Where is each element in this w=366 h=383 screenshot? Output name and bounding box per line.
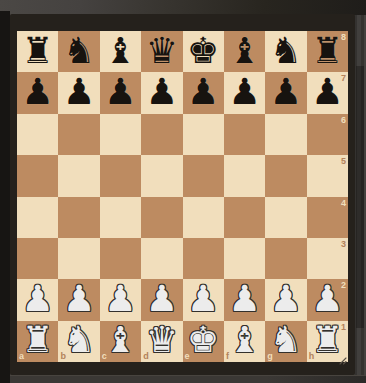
rank-label-6: 6 [341, 116, 346, 125]
background-top-band [0, 0, 366, 15]
square-h6[interactable]: 6 [307, 114, 348, 155]
square-f3[interactable] [224, 238, 265, 279]
square-a5[interactable] [17, 155, 58, 196]
square-b4[interactable] [58, 197, 99, 238]
black-knight: ♞ [270, 33, 302, 69]
square-h1[interactable]: ♜1h [307, 321, 348, 362]
white-bishop: ♝ [104, 322, 136, 358]
background-right-shadow [356, 66, 364, 328]
square-g8[interactable]: ♞ [265, 31, 306, 72]
square-b6[interactable] [58, 114, 99, 155]
square-c6[interactable] [100, 114, 141, 155]
board-frame: ♜♞♝♛♚♝♞♜8♟♟♟♟♟♟♟♟76543♟♟♟♟♟♟♟♟2♜a♞b♝c♛d♚… [10, 14, 355, 375]
file-label-e: e [185, 352, 190, 361]
rank-label-1: 1 [341, 323, 346, 332]
white-pawn: ♟ [187, 281, 219, 317]
black-rook: ♜ [22, 33, 54, 69]
square-d8[interactable]: ♛ [141, 31, 182, 72]
rank-label-8: 8 [341, 33, 346, 42]
square-c2[interactable]: ♟ [100, 279, 141, 320]
square-g4[interactable] [265, 197, 306, 238]
white-pawn: ♟ [146, 281, 178, 317]
square-h2[interactable]: ♟2 [307, 279, 348, 320]
square-a7[interactable]: ♟ [17, 72, 58, 113]
file-label-d: d [143, 352, 149, 361]
square-e4[interactable] [183, 197, 224, 238]
square-g1[interactable]: ♞g [265, 321, 306, 362]
square-f7[interactable]: ♟ [224, 72, 265, 113]
square-e1[interactable]: ♚e [183, 321, 224, 362]
white-pawn: ♟ [22, 281, 54, 317]
rank-label-5: 5 [341, 157, 346, 166]
rank-label-2: 2 [341, 281, 346, 290]
square-e2[interactable]: ♟ [183, 279, 224, 320]
square-c5[interactable] [100, 155, 141, 196]
background-bottom-band [10, 375, 366, 383]
square-d3[interactable] [141, 238, 182, 279]
file-label-c: c [102, 352, 107, 361]
white-pawn: ♟ [63, 281, 95, 317]
black-pawn: ♟ [63, 74, 95, 110]
white-pawn: ♟ [311, 281, 343, 317]
square-f5[interactable] [224, 155, 265, 196]
black-pawn: ♟ [22, 74, 54, 110]
white-king: ♚ [187, 322, 219, 358]
rank-label-7: 7 [341, 74, 346, 83]
square-h5[interactable]: 5 [307, 155, 348, 196]
square-h7[interactable]: ♟7 [307, 72, 348, 113]
square-b5[interactable] [58, 155, 99, 196]
black-pawn: ♟ [146, 74, 178, 110]
square-c3[interactable] [100, 238, 141, 279]
black-pawn: ♟ [104, 74, 136, 110]
file-label-f: f [226, 352, 229, 361]
white-pawn: ♟ [270, 281, 302, 317]
file-label-h: h [309, 352, 315, 361]
black-pawn: ♟ [228, 74, 260, 110]
square-a3[interactable] [17, 238, 58, 279]
chess-board[interactable]: ♜♞♝♛♚♝♞♜8♟♟♟♟♟♟♟♟76543♟♟♟♟♟♟♟♟2♜a♞b♝c♛d♚… [17, 31, 348, 362]
square-f6[interactable] [224, 114, 265, 155]
file-label-b: b [60, 352, 66, 361]
white-bishop: ♝ [228, 322, 260, 358]
square-g5[interactable] [265, 155, 306, 196]
square-e5[interactable] [183, 155, 224, 196]
square-d6[interactable] [141, 114, 182, 155]
square-b8[interactable]: ♞ [58, 31, 99, 72]
background-left-band [0, 11, 10, 383]
rank-label-4: 4 [341, 199, 346, 208]
square-a1[interactable]: ♜a [17, 321, 58, 362]
black-rook: ♜ [311, 33, 343, 69]
white-knight: ♞ [63, 322, 95, 358]
square-b1[interactable]: ♞b [58, 321, 99, 362]
square-e6[interactable] [183, 114, 224, 155]
black-knight: ♞ [63, 33, 95, 69]
rank-label-3: 3 [341, 240, 346, 249]
square-f2[interactable]: ♟ [224, 279, 265, 320]
square-a2[interactable]: ♟ [17, 279, 58, 320]
white-pawn: ♟ [228, 281, 260, 317]
square-g6[interactable] [265, 114, 306, 155]
white-knight: ♞ [270, 322, 302, 358]
square-e7[interactable]: ♟ [183, 72, 224, 113]
black-bishop: ♝ [228, 33, 260, 69]
square-h4[interactable]: 4 [307, 197, 348, 238]
square-h8[interactable]: ♜8 [307, 31, 348, 72]
black-king: ♚ [187, 33, 219, 69]
square-e8[interactable]: ♚ [183, 31, 224, 72]
square-d4[interactable] [141, 197, 182, 238]
square-e3[interactable] [183, 238, 224, 279]
square-h3[interactable]: 3 [307, 238, 348, 279]
board-resize-handle-icon[interactable] [337, 351, 347, 361]
square-c4[interactable] [100, 197, 141, 238]
square-c1[interactable]: ♝c [100, 321, 141, 362]
file-label-a: a [19, 352, 24, 361]
square-d1[interactable]: ♛d [141, 321, 182, 362]
scene-background: ♜♞♝♛♚♝♞♜8♟♟♟♟♟♟♟♟76543♟♟♟♟♟♟♟♟2♜a♞b♝c♛d♚… [0, 0, 366, 383]
square-b7[interactable]: ♟ [58, 72, 99, 113]
square-g2[interactable]: ♟ [265, 279, 306, 320]
square-c8[interactable]: ♝ [100, 31, 141, 72]
square-g7[interactable]: ♟ [265, 72, 306, 113]
square-b3[interactable] [58, 238, 99, 279]
square-f4[interactable] [224, 197, 265, 238]
black-queen: ♛ [146, 33, 178, 69]
square-f1[interactable]: ♝f [224, 321, 265, 362]
square-g3[interactable] [265, 238, 306, 279]
square-a4[interactable] [17, 197, 58, 238]
square-f8[interactable]: ♝ [224, 31, 265, 72]
square-b2[interactable]: ♟ [58, 279, 99, 320]
black-pawn: ♟ [311, 74, 343, 110]
square-d7[interactable]: ♟ [141, 72, 182, 113]
square-d2[interactable]: ♟ [141, 279, 182, 320]
black-pawn: ♟ [270, 74, 302, 110]
square-a6[interactable] [17, 114, 58, 155]
square-c7[interactable]: ♟ [100, 72, 141, 113]
square-a8[interactable]: ♜ [17, 31, 58, 72]
white-queen: ♛ [146, 322, 178, 358]
white-rook: ♜ [22, 322, 54, 358]
black-bishop: ♝ [104, 33, 136, 69]
square-d5[interactable] [141, 155, 182, 196]
white-pawn: ♟ [104, 281, 136, 317]
black-pawn: ♟ [187, 74, 219, 110]
file-label-g: g [267, 352, 273, 361]
